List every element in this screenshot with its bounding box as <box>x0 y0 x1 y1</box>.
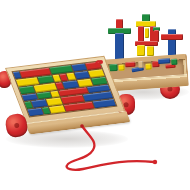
block-mosaic <box>13 61 116 116</box>
wheel-hub <box>124 102 129 107</box>
blue-bar <box>158 58 170 64</box>
red-bar <box>161 34 183 40</box>
wood-cylinder <box>138 61 143 68</box>
product-photo <box>0 0 190 190</box>
red-column <box>138 26 144 42</box>
mosaic-block-Y <box>49 105 65 113</box>
yellow-cube <box>147 46 154 56</box>
yellow-block <box>145 28 149 38</box>
mosaic-block-B <box>93 99 116 108</box>
front-wagon <box>5 56 126 124</box>
yellow-cube <box>137 45 145 56</box>
yellow-cube <box>118 64 124 70</box>
yellow-cube <box>145 63 151 69</box>
green-cube <box>171 59 177 65</box>
green-cube <box>109 64 117 72</box>
wheel-hub <box>13 122 19 129</box>
blue-column <box>115 33 124 61</box>
mosaic-block-B <box>27 108 43 116</box>
red-bar <box>125 62 135 68</box>
